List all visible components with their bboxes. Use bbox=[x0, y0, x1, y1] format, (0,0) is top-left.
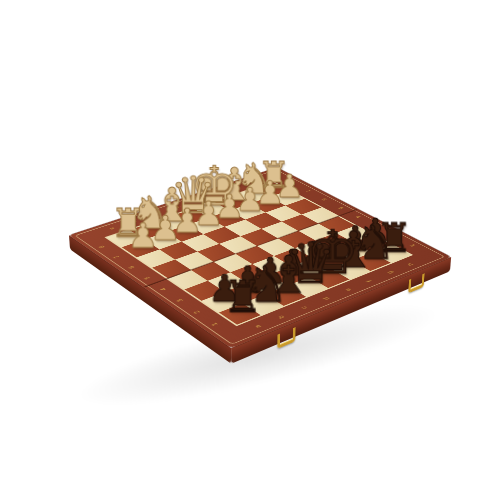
pieces-layer: ♜♞♝♛♚♝♞♜♟♟♟♟♟♟♟♟♟♟♟♟♟♟♟♟♜♞♝♛♚♝♞♜ bbox=[69, 168, 451, 349]
product-photo: aa11bb22cc33dd44ee55ff66gg77hh88 ♜♞♝♛♚♝♞… bbox=[0, 0, 500, 500]
brass-clasp bbox=[408, 273, 424, 293]
dark-rook-a1: ♜ bbox=[222, 274, 262, 318]
chess-board: aa11bb22cc33dd44ee55ff66gg77hh88 ♜♞♝♛♚♝♞… bbox=[69, 168, 451, 349]
light-pawn-a7: ♟ bbox=[127, 218, 158, 252]
brass-clasp bbox=[277, 327, 295, 349]
perspective-scene: aa11bb22cc33dd44ee55ff66gg77hh88 ♜♞♝♛♚♝♞… bbox=[0, 0, 500, 500]
